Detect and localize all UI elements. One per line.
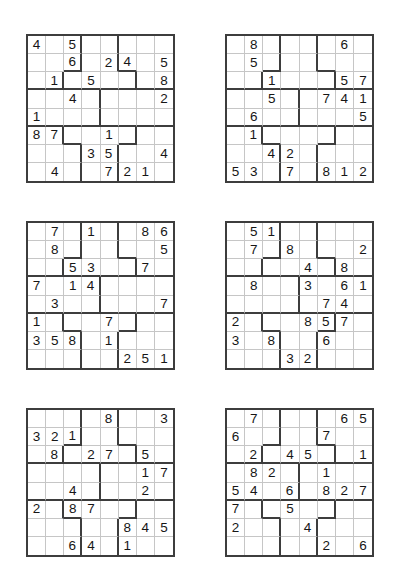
p3-cell-r7c3[interactable]: 8 <box>64 332 82 350</box>
p3-cell-r5c7[interactable] <box>137 296 155 314</box>
p1-cell-r6c6[interactable] <box>119 127 137 145</box>
p6-cell-r5c1[interactable]: 5 <box>227 483 245 501</box>
p3-cell-r8c8[interactable]: 1 <box>155 350 173 368</box>
p5-cell-r2c8[interactable] <box>155 428 173 446</box>
p6-cell-r4c8[interactable] <box>354 464 372 482</box>
p5-cell-r6c3[interactable]: 8 <box>64 501 82 519</box>
p3-cell-r2c1[interactable] <box>28 241 46 259</box>
p2-cell-r3c4[interactable] <box>281 72 299 90</box>
p5-cell-r6c8[interactable] <box>155 501 173 519</box>
p6-cell-r2c7[interactable] <box>336 428 354 446</box>
p2-cell-r7c7[interactable] <box>336 145 354 163</box>
p2-cell-r3c1[interactable] <box>227 72 245 90</box>
p5-cell-r2c4[interactable] <box>82 428 100 446</box>
p3-cell-r2c3[interactable] <box>64 241 82 259</box>
p6-cell-r4c2[interactable]: 8 <box>245 464 263 482</box>
p5-cell-r1c5[interactable]: 8 <box>101 410 119 428</box>
p1-cell-r7c5[interactable]: 5 <box>101 145 119 163</box>
p6-cell-r4c5[interactable] <box>300 464 318 482</box>
p1-cell-r4c8[interactable]: 2 <box>155 90 173 108</box>
p2-cell-r6c8[interactable] <box>354 127 372 145</box>
p4-cell-r2c3[interactable] <box>263 241 281 259</box>
p2-cell-r5c4[interactable] <box>281 109 299 127</box>
p6-cell-r1c5[interactable] <box>300 410 318 428</box>
p1-cell-r5c7[interactable] <box>137 109 155 127</box>
p4-cell-r6c7[interactable]: 7 <box>336 314 354 332</box>
p6-cell-r7c8[interactable] <box>354 519 372 537</box>
p2-cell-r6c3[interactable] <box>263 127 281 145</box>
p5-cell-r7c2[interactable] <box>46 519 64 537</box>
p5-cell-r4c8[interactable]: 7 <box>155 464 173 482</box>
p6-cell-r7c2[interactable] <box>245 519 263 537</box>
p4-cell-r7c4[interactable] <box>281 332 299 350</box>
p1-cell-r6c7[interactable] <box>137 127 155 145</box>
p1-cell-r4c4[interactable] <box>82 90 100 108</box>
p4-cell-r3c4[interactable] <box>281 259 299 277</box>
p4-cell-r5c8[interactable] <box>354 296 372 314</box>
p5-cell-r8c3[interactable]: 6 <box>64 537 82 555</box>
p3-cell-r6c3[interactable] <box>64 314 82 332</box>
p2-cell-r5c2[interactable]: 6 <box>245 109 263 127</box>
p3-cell-r4c8[interactable] <box>155 277 173 295</box>
p5-cell-r2c7[interactable] <box>137 428 155 446</box>
p1-cell-r3c8[interactable]: 8 <box>155 72 173 90</box>
p3-cell-r8c3[interactable] <box>64 350 82 368</box>
p3-cell-r1c3[interactable] <box>64 223 82 241</box>
p4-cell-r3c5[interactable]: 4 <box>300 259 318 277</box>
p6-cell-r1c6[interactable] <box>318 410 336 428</box>
p2-cell-r6c6[interactable] <box>318 127 336 145</box>
p6-cell-r3c7[interactable] <box>336 446 354 464</box>
p2-cell-r7c6[interactable] <box>318 145 336 163</box>
p4-cell-r1c2[interactable]: 5 <box>245 223 263 241</box>
p6-cell-r5c4[interactable]: 6 <box>281 483 299 501</box>
p3-cell-r5c8[interactable]: 7 <box>155 296 173 314</box>
p6-cell-r8c7[interactable] <box>336 537 354 555</box>
p2-cell-r4c2[interactable] <box>245 90 263 108</box>
p2-cell-r5c1[interactable] <box>227 109 245 127</box>
p1-cell-r7c8[interactable]: 4 <box>155 145 173 163</box>
p4-cell-r6c4[interactable] <box>281 314 299 332</box>
p5-cell-r5c7[interactable]: 2 <box>137 483 155 501</box>
p4-cell-r5c6[interactable]: 7 <box>318 296 336 314</box>
p5-cell-r5c6[interactable] <box>119 483 137 501</box>
p2-cell-r4c1[interactable] <box>227 90 245 108</box>
p1-cell-r5c8[interactable] <box>155 109 173 127</box>
p4-cell-r7c8[interactable] <box>354 332 372 350</box>
p6-cell-r3c2[interactable]: 2 <box>245 446 263 464</box>
p2-cell-r2c4[interactable] <box>281 54 299 72</box>
p3-cell-r2c4[interactable] <box>82 241 100 259</box>
p1-cell-r4c2[interactable] <box>46 90 64 108</box>
p5-cell-r3c2[interactable]: 8 <box>46 446 64 464</box>
p6-cell-r8c1[interactable] <box>227 537 245 555</box>
p3-cell-r1c7[interactable]: 8 <box>137 223 155 241</box>
p6-cell-r1c7[interactable]: 6 <box>336 410 354 428</box>
p3-cell-r2c6[interactable] <box>119 241 137 259</box>
p3-cell-r8c5[interactable] <box>101 350 119 368</box>
p4-cell-r5c2[interactable] <box>245 296 263 314</box>
p2-cell-r7c5[interactable] <box>300 145 318 163</box>
p6-cell-r1c2[interactable]: 7 <box>245 410 263 428</box>
p1-cell-r3c5[interactable] <box>101 72 119 90</box>
p5-cell-r5c4[interactable] <box>82 483 100 501</box>
p2-cell-r3c5[interactable] <box>300 72 318 90</box>
p6-cell-r3c1[interactable] <box>227 446 245 464</box>
p2-cell-r2c3[interactable] <box>263 54 281 72</box>
p2-cell-r3c7[interactable]: 5 <box>336 72 354 90</box>
p3-cell-r3c4[interactable]: 3 <box>82 259 100 277</box>
p1-cell-r8c6[interactable]: 2 <box>119 163 137 181</box>
p5-cell-r8c8[interactable] <box>155 537 173 555</box>
p3-cell-r4c5[interactable] <box>101 277 119 295</box>
p3-cell-r7c4[interactable] <box>82 332 100 350</box>
p6-cell-r3c6[interactable] <box>318 446 336 464</box>
p6-cell-r4c6[interactable]: 1 <box>318 464 336 482</box>
p1-cell-r1c7[interactable] <box>137 36 155 54</box>
p5-cell-r1c1[interactable] <box>28 410 46 428</box>
p6-cell-r6c8[interactable] <box>354 501 372 519</box>
p3-cell-r2c5[interactable] <box>101 241 119 259</box>
p5-cell-r4c4[interactable] <box>82 464 100 482</box>
p2-cell-r8c2[interactable]: 3 <box>245 163 263 181</box>
p6-cell-r7c4[interactable] <box>281 519 299 537</box>
p1-cell-r5c5[interactable] <box>101 109 119 127</box>
p5-cell-r7c8[interactable]: 5 <box>155 519 173 537</box>
p4-cell-r1c6[interactable] <box>318 223 336 241</box>
p4-cell-r7c7[interactable] <box>336 332 354 350</box>
p4-cell-r3c7[interactable]: 8 <box>336 259 354 277</box>
p5-cell-r6c1[interactable]: 2 <box>28 501 46 519</box>
p1-cell-r3c7[interactable] <box>137 72 155 90</box>
p5-cell-r2c5[interactable] <box>101 428 119 446</box>
p1-cell-r2c4[interactable] <box>82 54 100 72</box>
p3-cell-r6c6[interactable] <box>119 314 137 332</box>
p2-cell-r1c5[interactable] <box>300 36 318 54</box>
p5-cell-r5c2[interactable] <box>46 483 64 501</box>
p5-cell-r2c2[interactable]: 2 <box>46 428 64 446</box>
p4-cell-r4c2[interactable]: 8 <box>245 277 263 295</box>
p5-cell-r7c4[interactable] <box>82 519 100 537</box>
p3-cell-r3c5[interactable] <box>101 259 119 277</box>
p6-cell-r3c8[interactable]: 1 <box>354 446 372 464</box>
p6-cell-r4c1[interactable] <box>227 464 245 482</box>
p3-cell-r6c7[interactable] <box>137 314 155 332</box>
p2-cell-r8c8[interactable]: 2 <box>354 163 372 181</box>
p3-cell-r3c7[interactable]: 7 <box>137 259 155 277</box>
p3-cell-r6c5[interactable]: 7 <box>101 314 119 332</box>
p6-cell-r3c4[interactable]: 4 <box>281 446 299 464</box>
p1-cell-r6c2[interactable]: 7 <box>46 127 64 145</box>
p5-cell-r7c1[interactable] <box>28 519 46 537</box>
p4-cell-r7c1[interactable]: 3 <box>227 332 245 350</box>
p4-cell-r2c7[interactable] <box>336 241 354 259</box>
p6-cell-r6c3[interactable] <box>263 501 281 519</box>
p6-cell-r2c8[interactable] <box>354 428 372 446</box>
p3-cell-r3c2[interactable] <box>46 259 64 277</box>
p5-cell-r6c2[interactable] <box>46 501 64 519</box>
p6-cell-r8c2[interactable] <box>245 537 263 555</box>
p6-cell-r1c3[interactable] <box>263 410 281 428</box>
p2-cell-r4c7[interactable]: 4 <box>336 90 354 108</box>
p5-cell-r4c5[interactable] <box>101 464 119 482</box>
p4-cell-r7c6[interactable]: 6 <box>318 332 336 350</box>
p2-cell-r2c7[interactable] <box>336 54 354 72</box>
p1-cell-r8c7[interactable]: 1 <box>137 163 155 181</box>
p1-cell-r8c4[interactable] <box>82 163 100 181</box>
p3-cell-r7c2[interactable]: 5 <box>46 332 64 350</box>
p3-cell-r5c6[interactable] <box>119 296 137 314</box>
p4-cell-r7c3[interactable]: 8 <box>263 332 281 350</box>
p3-cell-r8c4[interactable] <box>82 350 100 368</box>
p1-cell-r1c5[interactable] <box>101 36 119 54</box>
p1-cell-r8c5[interactable]: 7 <box>101 163 119 181</box>
p1-cell-r1c8[interactable] <box>155 36 173 54</box>
p5-cell-r7c3[interactable] <box>64 519 82 537</box>
p4-cell-r2c4[interactable]: 8 <box>281 241 299 259</box>
p5-cell-r6c4[interactable]: 7 <box>82 501 100 519</box>
p5-cell-r6c6[interactable] <box>119 501 137 519</box>
p4-cell-r3c8[interactable] <box>354 259 372 277</box>
p4-cell-r4c3[interactable] <box>263 277 281 295</box>
p1-cell-r1c4[interactable] <box>82 36 100 54</box>
p2-cell-r7c3[interactable]: 4 <box>263 145 281 163</box>
p1-cell-r2c5[interactable]: 2 <box>101 54 119 72</box>
p5-cell-r1c6[interactable] <box>119 410 137 428</box>
p6-cell-r2c6[interactable]: 7 <box>318 428 336 446</box>
p2-cell-r2c6[interactable] <box>318 54 336 72</box>
p1-cell-r6c3[interactable] <box>64 127 82 145</box>
p3-cell-r2c2[interactable]: 8 <box>46 241 64 259</box>
p2-cell-r3c3[interactable]: 1 <box>263 72 281 90</box>
p1-cell-r5c4[interactable] <box>82 109 100 127</box>
p3-cell-r8c6[interactable]: 2 <box>119 350 137 368</box>
p6-cell-r1c1[interactable] <box>227 410 245 428</box>
p2-cell-r7c2[interactable] <box>245 145 263 163</box>
p3-cell-r7c6[interactable] <box>119 332 137 350</box>
p6-cell-r3c5[interactable]: 5 <box>300 446 318 464</box>
p4-cell-r1c5[interactable] <box>300 223 318 241</box>
p2-cell-r1c6[interactable] <box>318 36 336 54</box>
p6-cell-r2c5[interactable] <box>300 428 318 446</box>
p1-cell-r5c1[interactable]: 1 <box>28 109 46 127</box>
p1-cell-r5c2[interactable] <box>46 109 64 127</box>
p1-cell-r8c2[interactable]: 4 <box>46 163 64 181</box>
p2-cell-r7c4[interactable]: 2 <box>281 145 299 163</box>
p4-cell-r3c2[interactable] <box>245 259 263 277</box>
p4-cell-r8c2[interactable] <box>245 350 263 368</box>
p5-cell-r3c4[interactable]: 2 <box>82 446 100 464</box>
p3-cell-r1c5[interactable] <box>101 223 119 241</box>
p5-cell-r4c2[interactable] <box>46 464 64 482</box>
p5-cell-r8c4[interactable]: 4 <box>82 537 100 555</box>
p6-cell-r7c7[interactable] <box>336 519 354 537</box>
p2-cell-r8c7[interactable]: 1 <box>336 163 354 181</box>
p2-cell-r4c4[interactable] <box>281 90 299 108</box>
p2-cell-r6c2[interactable]: 1 <box>245 127 263 145</box>
p2-cell-r6c1[interactable] <box>227 127 245 145</box>
p4-cell-r2c2[interactable]: 7 <box>245 241 263 259</box>
p5-cell-r3c6[interactable] <box>119 446 137 464</box>
p5-cell-r1c2[interactable] <box>46 410 64 428</box>
p6-cell-r7c6[interactable] <box>318 519 336 537</box>
p2-cell-r6c7[interactable] <box>336 127 354 145</box>
p2-cell-r2c5[interactable] <box>300 54 318 72</box>
p4-cell-r4c4[interactable] <box>281 277 299 295</box>
p2-cell-r4c5[interactable] <box>300 90 318 108</box>
p1-cell-r7c4[interactable]: 3 <box>82 145 100 163</box>
p4-cell-r7c2[interactable] <box>245 332 263 350</box>
p2-cell-r2c8[interactable] <box>354 54 372 72</box>
p6-cell-r8c6[interactable]: 2 <box>318 537 336 555</box>
p6-cell-r1c8[interactable]: 5 <box>354 410 372 428</box>
p2-cell-r1c4[interactable] <box>281 36 299 54</box>
p1-cell-r8c3[interactable] <box>64 163 82 181</box>
p5-cell-r1c4[interactable] <box>82 410 100 428</box>
p2-cell-r1c1[interactable] <box>227 36 245 54</box>
p4-cell-r5c4[interactable] <box>281 296 299 314</box>
p3-cell-r1c1[interactable] <box>28 223 46 241</box>
p2-cell-r1c2[interactable]: 8 <box>245 36 263 54</box>
p4-cell-r8c4[interactable]: 3 <box>281 350 299 368</box>
p1-cell-r7c3[interactable] <box>64 145 82 163</box>
p6-cell-r6c5[interactable] <box>300 501 318 519</box>
p6-cell-r6c4[interactable]: 5 <box>281 501 299 519</box>
p4-cell-r2c1[interactable] <box>227 241 245 259</box>
p1-cell-r4c7[interactable] <box>137 90 155 108</box>
p4-cell-r6c2[interactable] <box>245 314 263 332</box>
p2-cell-r8c3[interactable] <box>263 163 281 181</box>
p4-cell-r2c5[interactable] <box>300 241 318 259</box>
p4-cell-r5c5[interactable] <box>300 296 318 314</box>
p3-cell-r1c6[interactable] <box>119 223 137 241</box>
p6-cell-r4c4[interactable] <box>281 464 299 482</box>
p4-cell-r6c6[interactable]: 5 <box>318 314 336 332</box>
p3-cell-r2c8[interactable]: 5 <box>155 241 173 259</box>
p2-cell-r3c8[interactable]: 7 <box>354 72 372 90</box>
p6-cell-r3c3[interactable] <box>263 446 281 464</box>
p6-cell-r7c5[interactable]: 4 <box>300 519 318 537</box>
p6-cell-r5c2[interactable]: 4 <box>245 483 263 501</box>
p1-cell-r6c8[interactable] <box>155 127 173 145</box>
p4-cell-r6c8[interactable] <box>354 314 372 332</box>
p5-cell-r1c8[interactable]: 3 <box>155 410 173 428</box>
p1-cell-r4c6[interactable] <box>119 90 137 108</box>
p5-cell-r5c5[interactable] <box>101 483 119 501</box>
p1-cell-r3c1[interactable] <box>28 72 46 90</box>
p3-cell-r4c4[interactable]: 4 <box>82 277 100 295</box>
p3-cell-r5c2[interactable]: 3 <box>46 296 64 314</box>
p3-cell-r5c1[interactable] <box>28 296 46 314</box>
p6-cell-r8c5[interactable] <box>300 537 318 555</box>
p2-cell-r5c8[interactable]: 5 <box>354 109 372 127</box>
p3-cell-r3c8[interactable] <box>155 259 173 277</box>
p2-cell-r3c6[interactable] <box>318 72 336 90</box>
p5-cell-r5c3[interactable]: 4 <box>64 483 82 501</box>
p4-cell-r1c8[interactable] <box>354 223 372 241</box>
p2-cell-r7c1[interactable] <box>227 145 245 163</box>
p3-cell-r4c7[interactable] <box>137 277 155 295</box>
p1-cell-r1c6[interactable] <box>119 36 137 54</box>
p3-cell-r7c1[interactable]: 3 <box>28 332 46 350</box>
p4-cell-r5c1[interactable] <box>227 296 245 314</box>
p5-cell-r7c6[interactable]: 8 <box>119 519 137 537</box>
p2-cell-r8c6[interactable]: 8 <box>318 163 336 181</box>
p5-cell-r3c8[interactable] <box>155 446 173 464</box>
p3-cell-r1c4[interactable]: 1 <box>82 223 100 241</box>
p5-cell-r7c5[interactable] <box>101 519 119 537</box>
p1-cell-r2c2[interactable] <box>46 54 64 72</box>
p5-cell-r3c5[interactable]: 7 <box>101 446 119 464</box>
p4-cell-r1c4[interactable] <box>281 223 299 241</box>
p3-cell-r4c1[interactable]: 7 <box>28 277 46 295</box>
p6-cell-r6c2[interactable] <box>245 501 263 519</box>
p4-cell-r6c5[interactable]: 8 <box>300 314 318 332</box>
p4-cell-r3c1[interactable] <box>227 259 245 277</box>
p3-cell-r5c5[interactable] <box>101 296 119 314</box>
p2-cell-r6c4[interactable] <box>281 127 299 145</box>
p4-cell-r8c1[interactable] <box>227 350 245 368</box>
p3-cell-r4c3[interactable]: 1 <box>64 277 82 295</box>
p3-cell-r7c7[interactable] <box>137 332 155 350</box>
p4-cell-r7c5[interactable] <box>300 332 318 350</box>
p2-cell-r4c8[interactable]: 1 <box>354 90 372 108</box>
p1-cell-r5c3[interactable] <box>64 109 82 127</box>
p3-cell-r8c1[interactable] <box>28 350 46 368</box>
p3-cell-r8c7[interactable]: 5 <box>137 350 155 368</box>
p6-cell-r5c5[interactable] <box>300 483 318 501</box>
p6-cell-r7c3[interactable] <box>263 519 281 537</box>
p1-cell-r2c6[interactable]: 4 <box>119 54 137 72</box>
p6-cell-r6c6[interactable] <box>318 501 336 519</box>
p1-cell-r4c3[interactable]: 4 <box>64 90 82 108</box>
p5-cell-r1c3[interactable] <box>64 410 82 428</box>
p4-cell-r4c8[interactable]: 1 <box>354 277 372 295</box>
p1-cell-r7c2[interactable] <box>46 145 64 163</box>
p4-cell-r6c1[interactable]: 2 <box>227 314 245 332</box>
p6-cell-r4c7[interactable] <box>336 464 354 482</box>
p6-cell-r2c2[interactable] <box>245 428 263 446</box>
p1-cell-r2c3[interactable]: 6 <box>64 54 82 72</box>
p4-cell-r1c1[interactable] <box>227 223 245 241</box>
p5-cell-r3c3[interactable] <box>64 446 82 464</box>
p5-cell-r8c5[interactable] <box>101 537 119 555</box>
p4-cell-r1c7[interactable] <box>336 223 354 241</box>
p1-cell-r8c8[interactable] <box>155 163 173 181</box>
p3-cell-r7c5[interactable]: 1 <box>101 332 119 350</box>
p2-cell-r4c6[interactable]: 7 <box>318 90 336 108</box>
p1-cell-r2c1[interactable] <box>28 54 46 72</box>
p3-cell-r5c4[interactable] <box>82 296 100 314</box>
p4-cell-r8c6[interactable] <box>318 350 336 368</box>
p1-cell-r7c6[interactable] <box>119 145 137 163</box>
p2-cell-r8c4[interactable]: 7 <box>281 163 299 181</box>
p5-cell-r5c1[interactable] <box>28 483 46 501</box>
p6-cell-r8c4[interactable] <box>281 537 299 555</box>
p5-cell-r8c1[interactable] <box>28 537 46 555</box>
p2-cell-r8c5[interactable] <box>300 163 318 181</box>
p1-cell-r3c3[interactable] <box>64 72 82 90</box>
p2-cell-r1c3[interactable] <box>263 36 281 54</box>
p1-cell-r3c2[interactable]: 1 <box>46 72 64 90</box>
p5-cell-r2c1[interactable]: 3 <box>28 428 46 446</box>
p2-cell-r8c1[interactable]: 5 <box>227 163 245 181</box>
p4-cell-r8c5[interactable]: 2 <box>300 350 318 368</box>
p6-cell-r1c4[interactable] <box>281 410 299 428</box>
p4-cell-r4c1[interactable] <box>227 277 245 295</box>
p2-cell-r5c7[interactable] <box>336 109 354 127</box>
p1-cell-r7c1[interactable] <box>28 145 46 163</box>
